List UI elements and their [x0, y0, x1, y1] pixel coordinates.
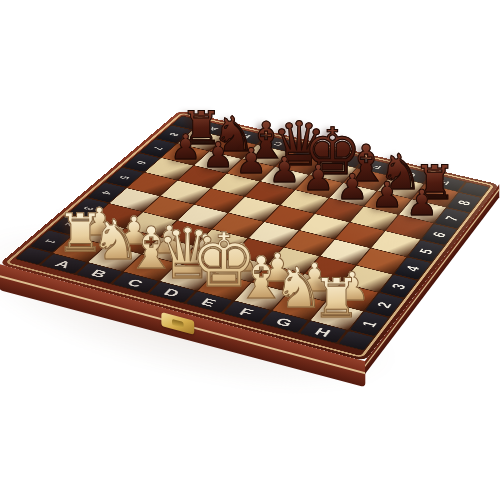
label-text: 4	[99, 190, 115, 196]
label-text: 7	[151, 145, 166, 150]
label-text: 7	[441, 214, 462, 222]
product-photo-chess-set: AABBCCDDEEFFGGHH8877665544332211 ♜♞♝♛♚♝♞…	[0, 0, 500, 500]
label-text: 5	[117, 174, 132, 180]
label-text: 2	[373, 300, 396, 309]
black-pawn-f7[interactable]: ♟	[337, 169, 369, 204]
black-pawn-e7[interactable]: ♟	[303, 161, 335, 196]
label-text: 3	[388, 282, 410, 291]
black-pawn-g7[interactable]: ♟	[371, 177, 403, 212]
label-text: 6	[429, 230, 450, 238]
label-text: 1	[358, 319, 381, 329]
black-pawn-b7[interactable]: ♟	[202, 137, 233, 172]
label-text: 6	[134, 160, 149, 166]
black-pawn-d7[interactable]: ♟	[269, 153, 300, 188]
clasp-keeper	[172, 319, 184, 328]
white-rook-h1[interactable]: ♜	[312, 272, 361, 326]
label-text: 4	[402, 264, 424, 273]
label-text: 8	[454, 199, 474, 207]
black-pawn-a7[interactable]: ♟	[170, 129, 201, 164]
black-pawn-h7[interactable]: ♟	[406, 185, 438, 221]
brass-clasp-icon	[161, 312, 194, 335]
label-text: 5	[415, 247, 436, 256]
black-pawn-c7[interactable]: ♟	[235, 145, 266, 180]
